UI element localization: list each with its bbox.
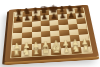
square-f7: ♟ [58, 15, 67, 21]
square-h1: ♜ [81, 47, 92, 54]
board-perspective-wrap: ♜♞♝♛♚♝♞♜♟♟♟♟♟♟♟♟♟♟♟♟♟♟♟♟♜♞♝♛♚♝♞♜ [4, 0, 95, 67]
square-b7: ♟ [23, 17, 32, 23]
piece-white-knight: ♞ [72, 44, 81, 54]
square-g7: ♟ [66, 14, 76, 20]
piece-black-pawn: ♟ [59, 12, 66, 20]
square-d6 [40, 21, 49, 27]
square-e7: ♟ [49, 15, 58, 21]
square-g1: ♞ [71, 47, 82, 54]
square-e1: ♚ [51, 49, 61, 56]
board-grid: ♜♞♝♛♚♝♞♜♟♟♟♟♟♟♟♟♟♟♟♟♟♟♟♟♜♞♝♛♚♝♞♜ [10, 8, 93, 59]
piece-black-pawn: ♟ [23, 14, 30, 22]
chess-set-photo: ♜♞♝♛♚♝♞♜♟♟♟♟♟♟♟♟♟♟♟♟♟♟♟♟♜♞♝♛♚♝♞♜ [0, 0, 100, 67]
square-a1: ♜ [11, 51, 21, 58]
piece-black-pawn: ♟ [77, 11, 84, 19]
piece-black-pawn: ♟ [41, 13, 48, 21]
piece-black-pawn: ♟ [50, 13, 57, 21]
chessboard-frame: ♜♞♝♛♚♝♞♜♟♟♟♟♟♟♟♟♟♟♟♟♟♟♟♟♜♞♝♛♚♝♞♜ [5, 5, 99, 62]
piece-black-pawn: ♟ [15, 15, 22, 23]
piece-black-pawn: ♟ [32, 14, 39, 22]
square-b1: ♞ [21, 50, 31, 57]
piece-white-rook: ♜ [82, 44, 90, 53]
square-d1: ♛ [41, 49, 51, 56]
square-d7: ♟ [40, 16, 49, 22]
piece-white-knight: ♞ [21, 47, 30, 57]
piece-black-pawn: ♟ [68, 12, 75, 20]
square-h7: ♟ [75, 14, 85, 20]
piece-white-bishop: ♝ [31, 46, 40, 56]
piece-white-queen: ♛ [41, 44, 51, 55]
square-b6 [23, 22, 32, 28]
piece-white-bishop: ♝ [62, 44, 71, 54]
square-e5 [50, 25, 60, 31]
piece-white-rook: ♜ [12, 49, 20, 58]
square-f1: ♝ [61, 48, 72, 55]
piece-white-king: ♚ [50, 43, 61, 56]
